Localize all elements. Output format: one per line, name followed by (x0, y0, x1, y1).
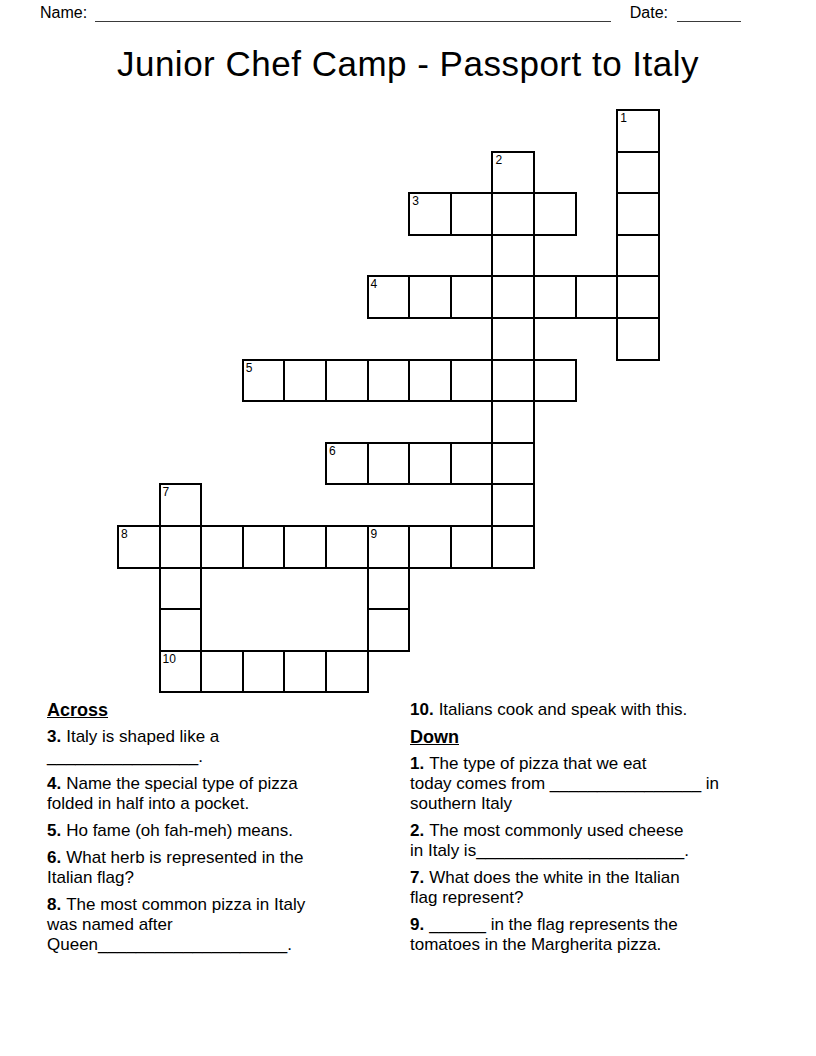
grid-cell-r6c10[interactable] (533, 359, 577, 403)
grid-cell-r6c8[interactable] (450, 359, 494, 403)
grid-cell-r12c6[interactable] (367, 608, 411, 652)
grid-cell-r9c1[interactable]: 7 (159, 483, 203, 527)
grid-cell-r6c3[interactable]: 5 (242, 359, 286, 403)
clue-down-1: 1.The type of pizza that we eat today co… (410, 754, 772, 814)
grid-cell-r13c2[interactable] (200, 650, 244, 694)
grid-cell-r13c5[interactable] (325, 650, 369, 694)
worksheet-page: Name: Date: Junior Chef Camp - Passport … (0, 0, 816, 1056)
clue-number-label-10: 10 (163, 652, 176, 666)
grid-cell-r8c8[interactable] (450, 442, 494, 486)
clue-number-label-2: 2 (495, 153, 502, 167)
clue-number-label-7: 7 (163, 485, 170, 499)
grid-cell-r11c1[interactable] (159, 567, 203, 611)
grid-cell-r0c12[interactable]: 1 (616, 109, 660, 153)
clue-across-5: 5.Ho fame (oh fah-meh) means. (47, 821, 377, 841)
grid-cell-r6c6[interactable] (367, 359, 411, 403)
grid-cell-r10c5[interactable] (325, 525, 369, 569)
date-input-line[interactable] (677, 5, 741, 22)
grid-cell-r11c6[interactable] (367, 567, 411, 611)
grid-cell-r13c4[interactable] (283, 650, 327, 694)
name-label: Name: (40, 4, 87, 22)
grid-cell-r1c9[interactable]: 2 (491, 151, 535, 195)
clue-number-label-9: 9 (371, 527, 378, 541)
clue-across-3: 3.Italy is shaped like a _______________… (47, 727, 377, 767)
clue-across-6: 6.What herb is represented in the Italia… (47, 848, 377, 888)
grid-cell-r8c9[interactable] (491, 442, 535, 486)
grid-cell-r10c8[interactable] (450, 525, 494, 569)
page-title: Junior Chef Camp - Passport to Italy (0, 44, 816, 84)
header-row: Name: Date: (40, 2, 741, 22)
grid-cell-r10c9[interactable] (491, 525, 535, 569)
grid-cell-r6c5[interactable] (325, 359, 369, 403)
grid-cell-r8c6[interactable] (367, 442, 411, 486)
grid-cell-r8c5[interactable]: 6 (325, 442, 369, 486)
clue-down-9: 9.______ in the flag represents the toma… (410, 915, 772, 955)
date-label: Date: (630, 4, 668, 22)
clue-down-2: 2.The most commonly used cheese in Italy… (410, 821, 772, 861)
grid-cell-r10c4[interactable] (283, 525, 327, 569)
clue-number-label-6: 6 (329, 444, 336, 458)
grid-cell-r2c9[interactable] (491, 192, 535, 236)
grid-cell-r6c4[interactable] (283, 359, 327, 403)
grid-cell-r13c3[interactable] (242, 650, 286, 694)
grid-cell-r4c12[interactable] (616, 275, 660, 319)
grid-cell-r4c8[interactable] (450, 275, 494, 319)
grid-cell-r8c7[interactable] (408, 442, 452, 486)
grid-cell-r3c9[interactable] (491, 234, 535, 278)
grid-cell-r10c6[interactable]: 9 (367, 525, 411, 569)
grid-cell-r10c3[interactable] (242, 525, 286, 569)
grid-cell-r6c9[interactable] (491, 359, 535, 403)
grid-cell-r10c1[interactable] (159, 525, 203, 569)
clue-number-label-1: 1 (620, 111, 627, 125)
clue-number-label-3: 3 (412, 194, 419, 208)
grid-cell-r1c12[interactable] (616, 151, 660, 195)
grid-cell-r4c6[interactable]: 4 (367, 275, 411, 319)
grid-cell-r4c9[interactable] (491, 275, 535, 319)
clue-number-label-8: 8 (121, 527, 128, 541)
grid-cell-r2c7[interactable]: 3 (408, 192, 452, 236)
grid-cell-r9c9[interactable] (491, 483, 535, 527)
grid-cell-r2c8[interactable] (450, 192, 494, 236)
grid-cell-r3c12[interactable] (616, 234, 660, 278)
grid-cell-r10c2[interactable] (200, 525, 244, 569)
grid-cell-r5c9[interactable] (491, 317, 535, 361)
grid-cell-r12c1[interactable] (159, 608, 203, 652)
grid-cell-r4c11[interactable] (575, 275, 619, 319)
across-clues-column: Across 3.Italy is shaped like a ________… (47, 700, 377, 962)
clue-across-4: 4.Name the special type of pizza folded … (47, 774, 377, 814)
grid-cell-r10c7[interactable] (408, 525, 452, 569)
grid-cell-r5c12[interactable] (616, 317, 660, 361)
grid-cell-r4c7[interactable] (408, 275, 452, 319)
clue-down-7: 7.What does the white in the Italian fla… (410, 868, 772, 908)
clue-number-label-4: 4 (371, 277, 378, 291)
name-input-line[interactable] (95, 5, 611, 22)
grid-cell-r2c10[interactable] (533, 192, 577, 236)
clue-across-8: 8.The most common pizza in Italy was nam… (47, 895, 377, 955)
clue-across-10: 10.Italians cook and speak with this. (410, 700, 772, 720)
crossword-grid: 12345678910 (117, 109, 662, 695)
grid-cell-r2c12[interactable] (616, 192, 660, 236)
grid-cell-r10c0[interactable]: 8 (117, 525, 161, 569)
clue-number-label-5: 5 (246, 361, 253, 375)
across-heading: Across (47, 700, 377, 720)
down-clues-column: 10.Italians cook and speak with this. Do… (410, 700, 772, 962)
grid-cell-r6c7[interactable] (408, 359, 452, 403)
grid-cell-r4c10[interactable] (533, 275, 577, 319)
grid-cell-r7c9[interactable] (491, 400, 535, 444)
grid-cell-r13c1[interactable]: 10 (159, 650, 203, 694)
down-heading: Down (410, 727, 772, 747)
